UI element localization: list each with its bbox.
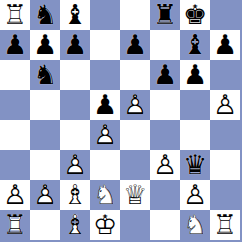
- square-b3[interactable]: [30, 150, 60, 180]
- white-king: ♚♔: [90, 210, 120, 240]
- white-bishop: ♝♗: [60, 180, 90, 210]
- black-queen: ♛: [180, 150, 210, 180]
- square-f2[interactable]: [150, 180, 180, 210]
- square-f6[interactable]: ♟: [150, 60, 180, 90]
- white-pawn: ♟♙: [180, 180, 210, 210]
- white-pawn: ♟♙: [120, 90, 150, 120]
- square-c2[interactable]: ♝♗: [60, 180, 90, 210]
- square-h5[interactable]: ♟♙: [210, 90, 240, 120]
- square-d7[interactable]: [90, 30, 120, 60]
- white-knight: ♞♘: [90, 180, 120, 210]
- chess-board: ♜♖♞♝♜♚♟♟♟♟♝♟♞♟♟♟♟♙♟♙♟♙♟♙♟♙♛♟♙♟♙♝♗♞♘♛♕♟♙♜…: [0, 0, 242, 242]
- white-queen: ♛♕: [120, 180, 150, 210]
- black-bishop: ♝: [60, 0, 90, 30]
- square-c8[interactable]: ♝: [60, 0, 90, 30]
- black-pawn: ♟: [0, 30, 30, 60]
- white-pawn: ♟♙: [90, 120, 120, 150]
- square-a1[interactable]: ♜♖: [0, 210, 30, 240]
- square-h6[interactable]: [210, 60, 240, 90]
- white-pawn: ♟♙: [150, 150, 180, 180]
- square-g6[interactable]: ♟: [180, 60, 210, 90]
- square-f8[interactable]: ♜: [150, 0, 180, 30]
- white-pawn: ♟♙: [60, 150, 90, 180]
- square-b4[interactable]: [30, 120, 60, 150]
- black-pawn: ♟: [30, 30, 60, 60]
- square-d3[interactable]: [90, 150, 120, 180]
- black-knight: ♞: [30, 0, 60, 30]
- square-g8[interactable]: ♚: [180, 0, 210, 30]
- square-a7[interactable]: ♟: [0, 30, 30, 60]
- square-e3[interactable]: [120, 150, 150, 180]
- square-d2[interactable]: ♞♘: [90, 180, 120, 210]
- black-rook: ♜: [150, 0, 180, 30]
- square-g1[interactable]: ♞♘: [180, 210, 210, 240]
- square-f5[interactable]: [150, 90, 180, 120]
- white-knight: ♞♘: [180, 210, 210, 240]
- white-pawn: ♟♙: [0, 180, 30, 210]
- square-c6[interactable]: [60, 60, 90, 90]
- square-f1[interactable]: [150, 210, 180, 240]
- square-e4[interactable]: [120, 120, 150, 150]
- square-b1[interactable]: [30, 210, 60, 240]
- square-b8[interactable]: ♞: [30, 0, 60, 30]
- black-knight: ♞: [30, 60, 60, 90]
- square-g7[interactable]: ♝: [180, 30, 210, 60]
- square-e5[interactable]: ♟♙: [120, 90, 150, 120]
- black-pawn: ♟: [60, 30, 90, 60]
- square-a5[interactable]: [0, 90, 30, 120]
- square-h3[interactable]: [210, 150, 240, 180]
- square-b2[interactable]: ♟♙: [30, 180, 60, 210]
- square-e6[interactable]: [120, 60, 150, 90]
- white-rook: ♜♖: [0, 0, 30, 30]
- square-h1[interactable]: ♜♖: [210, 210, 240, 240]
- square-d5[interactable]: ♟: [90, 90, 120, 120]
- white-pawn: ♟♙: [210, 90, 240, 120]
- square-g4[interactable]: [180, 120, 210, 150]
- square-h4[interactable]: [210, 120, 240, 150]
- square-f3[interactable]: ♟♙: [150, 150, 180, 180]
- square-g3[interactable]: ♛: [180, 150, 210, 180]
- white-rook: ♜♖: [210, 210, 240, 240]
- square-e2[interactable]: ♛♕: [120, 180, 150, 210]
- square-d8[interactable]: [90, 0, 120, 30]
- chess-board-wrapper: ♜♖♞♝♜♚♟♟♟♟♝♟♞♟♟♟♟♙♟♙♟♙♟♙♟♙♛♟♙♟♙♝♗♞♘♛♕♟♙♜…: [0, 0, 242, 242]
- square-c5[interactable]: [60, 90, 90, 120]
- square-a4[interactable]: [0, 120, 30, 150]
- black-pawn: ♟: [90, 90, 120, 120]
- square-b6[interactable]: ♞: [30, 60, 60, 90]
- black-bishop: ♝: [180, 30, 210, 60]
- black-pawn: ♟: [210, 30, 240, 60]
- square-g2[interactable]: ♟♙: [180, 180, 210, 210]
- black-pawn: ♟: [120, 30, 150, 60]
- square-a8[interactable]: ♜♖: [0, 0, 30, 30]
- square-c7[interactable]: ♟: [60, 30, 90, 60]
- square-h2[interactable]: [210, 180, 240, 210]
- white-bishop: ♝♗: [60, 210, 90, 240]
- square-a3[interactable]: [0, 150, 30, 180]
- square-e7[interactable]: ♟: [120, 30, 150, 60]
- black-king: ♚: [180, 0, 210, 30]
- square-f4[interactable]: [150, 120, 180, 150]
- black-pawn: ♟: [150, 60, 180, 90]
- square-a2[interactable]: ♟♙: [0, 180, 30, 210]
- square-b7[interactable]: ♟: [30, 30, 60, 60]
- square-f7[interactable]: [150, 30, 180, 60]
- square-g5[interactable]: [180, 90, 210, 120]
- square-h7[interactable]: ♟: [210, 30, 240, 60]
- square-a6[interactable]: [0, 60, 30, 90]
- white-rook: ♜♖: [0, 210, 30, 240]
- square-d1[interactable]: ♚♔: [90, 210, 120, 240]
- white-pawn: ♟♙: [30, 180, 60, 210]
- square-b5[interactable]: [30, 90, 60, 120]
- square-d6[interactable]: [90, 60, 120, 90]
- square-d4[interactable]: ♟♙: [90, 120, 120, 150]
- square-c4[interactable]: [60, 120, 90, 150]
- square-e1[interactable]: [120, 210, 150, 240]
- square-h8[interactable]: [210, 0, 240, 30]
- square-c3[interactable]: ♟♙: [60, 150, 90, 180]
- black-pawn: ♟: [180, 60, 210, 90]
- square-c1[interactable]: ♝♗: [60, 210, 90, 240]
- square-e8[interactable]: [120, 0, 150, 30]
